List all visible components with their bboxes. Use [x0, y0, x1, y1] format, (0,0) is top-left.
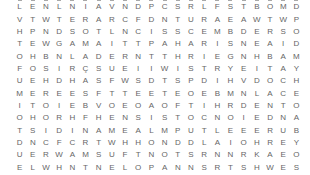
grid-cell[interactable]: T [277, 100, 290, 112]
grid-cell[interactable]: I [198, 50, 211, 62]
grid-cell[interactable]: R [211, 63, 224, 75]
grid-cell[interactable]: E [66, 100, 79, 112]
grid-cell[interactable]: T [171, 13, 184, 25]
grid-cell[interactable]: T [158, 87, 171, 99]
grid-cell[interactable]: N [263, 100, 276, 112]
grid-cell[interactable]: O [237, 137, 250, 149]
grid-cell[interactable]: L [198, 1, 211, 13]
grid-cell[interactable]: B [39, 50, 52, 62]
grid-cell[interactable]: E [290, 87, 303, 99]
grid-cell[interactable]: R [224, 100, 237, 112]
grid-cell[interactable]: N [39, 26, 52, 38]
grid-cell[interactable]: E [66, 87, 79, 99]
grid-cell[interactable]: G [224, 50, 237, 62]
grid-cell[interactable]: H [290, 75, 303, 87]
grid-cell[interactable]: S [171, 26, 184, 38]
grid-cell[interactable]: B [79, 100, 92, 112]
grid-cell[interactable]: O [290, 26, 303, 38]
grid-cell[interactable]: B [290, 125, 303, 137]
grid-cell[interactable]: S [39, 63, 52, 75]
grid-cell[interactable]: F [92, 87, 105, 99]
grid-cell[interactable]: I [132, 63, 145, 75]
grid-cell[interactable]: E [26, 75, 39, 87]
grid-cell[interactable]: T [263, 13, 276, 25]
grid-cell[interactable]: T [132, 149, 145, 161]
grid-cell[interactable]: D [290, 38, 303, 50]
grid-cell[interactable]: A [92, 125, 105, 137]
grid-cell[interactable]: D [237, 26, 250, 38]
grid-cell[interactable]: O [184, 87, 197, 99]
grid-cell[interactable]: I [53, 100, 66, 112]
grid-cell[interactable]: E [66, 13, 79, 25]
grid-cell[interactable]: A [290, 112, 303, 124]
grid-cell[interactable]: S [184, 149, 197, 161]
grid-cell[interactable]: T [198, 63, 211, 75]
grid-cell[interactable]: N [145, 149, 158, 161]
grid-cell[interactable]: S [224, 1, 237, 13]
grid-cell[interactable]: M [13, 87, 26, 99]
grid-cell[interactable]: D [92, 50, 105, 62]
grid-cell[interactable]: A [211, 137, 224, 149]
grid-cell[interactable]: P [145, 1, 158, 13]
grid-cell[interactable]: C [39, 137, 52, 149]
grid-cell[interactable]: O [79, 26, 92, 38]
grid-cell[interactable]: E [250, 38, 263, 50]
grid-cell[interactable]: C [118, 13, 131, 25]
grid-cell[interactable]: F [211, 1, 224, 13]
grid-cell[interactable]: O [105, 100, 118, 112]
grid-cell[interactable]: T [92, 137, 105, 149]
grid-cell[interactable]: E [105, 112, 118, 124]
grid-cell[interactable]: T [53, 13, 66, 25]
grid-cell[interactable]: L [53, 1, 66, 13]
grid-cell[interactable]: D [145, 75, 158, 87]
grid-cell[interactable]: N [211, 112, 224, 124]
grid-cell[interactable]: V [13, 13, 26, 25]
grid-cell[interactable]: B [211, 87, 224, 99]
grid-cell[interactable]: C [277, 87, 290, 99]
grid-cell[interactable]: W [39, 13, 52, 25]
grid-cell[interactable]: I [105, 38, 118, 50]
grid-cell[interactable]: I [39, 125, 52, 137]
grid-cell[interactable]: A [237, 13, 250, 25]
grid-cell[interactable]: E [237, 125, 250, 137]
grid-cell[interactable]: S [66, 26, 79, 38]
grid-cell[interactable]: N [158, 137, 171, 149]
grid-cell[interactable]: N [118, 26, 131, 38]
grid-cell[interactable]: I [145, 63, 158, 75]
grid-cell[interactable]: A [263, 149, 276, 161]
grid-cell[interactable]: S [158, 112, 171, 124]
grid-cell[interactable]: R [198, 13, 211, 25]
grid-cell[interactable]: A [79, 75, 92, 87]
grid-cell[interactable]: T [145, 50, 158, 62]
grid-cell[interactable]: D [53, 75, 66, 87]
grid-cell[interactable]: O [39, 100, 52, 112]
grid-cell[interactable]: A [277, 63, 290, 75]
grid-cell[interactable]: I [171, 63, 184, 75]
grid-cell[interactable]: T [79, 162, 92, 174]
grid-cell[interactable]: W [39, 162, 52, 174]
grid-cell[interactable]: R [237, 149, 250, 161]
grid-cell[interactable]: D [145, 13, 158, 25]
grid-cell[interactable]: I [224, 137, 237, 149]
grid-cell[interactable]: E [211, 50, 224, 62]
grid-cell[interactable]: A [277, 50, 290, 62]
grid-cell[interactable]: N [26, 137, 39, 149]
grid-cell[interactable]: O [290, 100, 303, 112]
grid-cell[interactable]: O [158, 149, 171, 161]
grid-cell[interactable]: O [158, 100, 171, 112]
grid-cell[interactable]: A [92, 1, 105, 13]
grid-cell[interactable]: O [224, 112, 237, 124]
grid-cell[interactable]: H [118, 137, 131, 149]
grid-cell[interactable]: N [66, 1, 79, 13]
grid-cell[interactable]: T [171, 149, 184, 161]
grid-cell[interactable]: O [26, 63, 39, 75]
grid-cell[interactable]: O [39, 112, 52, 124]
grid-cell[interactable]: T [92, 26, 105, 38]
grid-cell[interactable]: L [13, 1, 26, 13]
grid-cell[interactable]: P [290, 13, 303, 25]
grid-cell[interactable]: T [171, 112, 184, 124]
grid-cell[interactable]: S [277, 26, 290, 38]
grid-cell[interactable]: D [53, 125, 66, 137]
grid-cell[interactable]: I [13, 100, 26, 112]
grid-cell[interactable]: R [198, 38, 211, 50]
grid-cell[interactable]: O [290, 149, 303, 161]
grid-cell[interactable]: D [53, 26, 66, 38]
grid-cell[interactable]: O [263, 75, 276, 87]
grid-cell[interactable]: U [184, 13, 197, 25]
grid-cell[interactable]: M [158, 125, 171, 137]
grid-cell[interactable]: E [277, 149, 290, 161]
grid-cell[interactable]: O [145, 137, 158, 149]
grid-cell[interactable]: E [237, 63, 250, 75]
grid-cell[interactable]: R [184, 50, 197, 62]
grid-cell[interactable]: S [224, 38, 237, 50]
grid-cell[interactable]: T [26, 13, 39, 25]
grid-cell[interactable]: G [53, 38, 66, 50]
grid-cell[interactable]: F [105, 75, 118, 87]
grid-cell[interactable]: L [250, 87, 263, 99]
grid-cell[interactable]: R [198, 149, 211, 161]
grid-cell[interactable]: E [145, 87, 158, 99]
grid-cell[interactable]: M [224, 87, 237, 99]
grid-cell[interactable]: I [145, 112, 158, 124]
grid-cell[interactable]: B [263, 50, 276, 62]
grid-cell[interactable]: H [250, 162, 263, 174]
grid-cell[interactable]: E [105, 50, 118, 62]
grid-cell[interactable]: F [79, 112, 92, 124]
grid-cell[interactable]: S [237, 162, 250, 174]
grid-cell[interactable]: R [263, 26, 276, 38]
grid-cell[interactable]: E [118, 63, 131, 75]
grid-cell[interactable]: V [105, 1, 118, 13]
grid-cell[interactable]: A [66, 149, 79, 161]
grid-cell[interactable]: S [171, 1, 184, 13]
grid-cell[interactable]: P [171, 125, 184, 137]
grid-cell[interactable]: H [211, 100, 224, 112]
grid-cell[interactable]: S [132, 112, 145, 124]
grid-cell[interactable]: W [250, 13, 263, 25]
grid-cell[interactable]: L [105, 26, 118, 38]
grid-cell[interactable]: A [92, 38, 105, 50]
grid-cell[interactable]: W [263, 162, 276, 174]
grid-cell[interactable]: H [171, 50, 184, 62]
grid-cell[interactable]: E [198, 87, 211, 99]
grid-cell[interactable]: L [198, 137, 211, 149]
grid-cell[interactable]: L [211, 125, 224, 137]
grid-cell[interactable]: R [184, 1, 197, 13]
grid-cell[interactable]: E [118, 100, 131, 112]
grid-cell[interactable]: S [92, 149, 105, 161]
grid-cell[interactable]: I [145, 26, 158, 38]
grid-cell[interactable]: N [171, 162, 184, 174]
grid-cell[interactable]: Y [290, 137, 303, 149]
grid-cell[interactable]: D [237, 100, 250, 112]
grid-cell[interactable]: C [277, 75, 290, 87]
grid-cell[interactable]: R [79, 137, 92, 149]
grid-cell[interactable]: A [145, 100, 158, 112]
grid-cell[interactable]: V [237, 75, 250, 87]
grid-cell[interactable]: N [66, 162, 79, 174]
grid-cell[interactable]: D [290, 1, 303, 13]
grid-cell[interactable]: N [39, 1, 52, 13]
grid-cell[interactable]: R [118, 50, 131, 62]
grid-cell[interactable]: L [145, 125, 158, 137]
grid-cell[interactable]: L [66, 50, 79, 62]
grid-cell[interactable]: Y [224, 63, 237, 75]
grid-cell[interactable]: S [171, 75, 184, 87]
grid-cell[interactable]: D [184, 137, 197, 149]
grid-cell[interactable]: T [26, 100, 39, 112]
grid-cell[interactable]: I [53, 63, 66, 75]
grid-cell[interactable]: C [198, 112, 211, 124]
grid-cell[interactable]: F [53, 137, 66, 149]
grid-cell[interactable]: U [105, 63, 118, 75]
grid-cell[interactable]: I [277, 38, 290, 50]
grid-cell[interactable]: H [250, 50, 263, 62]
grid-cell[interactable]: N [237, 87, 250, 99]
grid-cell[interactable]: C [158, 1, 171, 13]
grid-cell[interactable]: D [171, 137, 184, 149]
grid-cell[interactable]: U [13, 149, 26, 161]
grid-cell[interactable]: R [66, 63, 79, 75]
grid-cell[interactable]: T [118, 38, 131, 50]
grid-cell[interactable]: P [26, 26, 39, 38]
grid-cell[interactable]: N [237, 50, 250, 62]
grid-cell[interactable]: H [92, 112, 105, 124]
grid-cell[interactable]: S [290, 162, 303, 174]
grid-cell[interactable]: S [132, 75, 145, 87]
grid-cell[interactable]: P [184, 75, 197, 87]
grid-cell[interactable]: E [26, 1, 39, 13]
grid-cell[interactable]: F [171, 100, 184, 112]
grid-cell[interactable]: B [224, 26, 237, 38]
grid-cell[interactable]: R [105, 13, 118, 25]
grid-cell[interactable]: N [92, 162, 105, 174]
grid-cell[interactable]: E [105, 162, 118, 174]
grid-cell[interactable]: H [26, 112, 39, 124]
grid-cell[interactable]: I [237, 112, 250, 124]
grid-cell[interactable]: E [171, 87, 184, 99]
grid-cell[interactable]: R [263, 137, 276, 149]
grid-cell[interactable]: R [211, 162, 224, 174]
grid-cell[interactable]: A [211, 13, 224, 25]
grid-cell[interactable]: W [118, 75, 131, 87]
grid-cell[interactable]: O [184, 112, 197, 124]
grid-cell[interactable]: M [105, 125, 118, 137]
grid-cell[interactable]: H [13, 26, 26, 38]
grid-cell[interactable]: T [237, 1, 250, 13]
grid-cell[interactable]: D [263, 112, 276, 124]
grid-cell[interactable]: A [132, 125, 145, 137]
grid-cell[interactable]: D [250, 75, 263, 87]
grid-cell[interactable]: F [118, 149, 131, 161]
grid-cell[interactable]: N [79, 125, 92, 137]
grid-cell[interactable]: M [290, 50, 303, 62]
grid-cell[interactable]: F [132, 13, 145, 25]
grid-cell[interactable]: T [224, 162, 237, 174]
grid-cell[interactable]: I [66, 125, 79, 137]
grid-cell[interactable]: S [26, 125, 39, 137]
grid-cell[interactable]: T [184, 100, 197, 112]
grid-cell[interactable]: W [39, 38, 52, 50]
grid-cell[interactable]: H [224, 75, 237, 87]
grid-cell[interactable]: I [250, 63, 263, 75]
grid-cell[interactable]: R [263, 125, 276, 137]
grid-cell[interactable]: U [13, 75, 26, 87]
grid-cell[interactable]: T [263, 63, 276, 75]
grid-cell[interactable]: E [118, 125, 131, 137]
grid-cell[interactable]: D [198, 75, 211, 87]
grid-cell[interactable]: H [66, 112, 79, 124]
grid-cell[interactable]: R [39, 149, 52, 161]
grid-cell[interactable]: P [145, 162, 158, 174]
grid-cell[interactable]: C [184, 26, 197, 38]
grid-cell[interactable]: N [237, 38, 250, 50]
grid-cell[interactable]: E [224, 125, 237, 137]
grid-cell[interactable]: A [66, 38, 79, 50]
grid-cell[interactable]: E [198, 26, 211, 38]
grid-cell[interactable]: W [53, 149, 66, 161]
grid-cell[interactable]: M [211, 26, 224, 38]
grid-cell[interactable]: T [158, 75, 171, 87]
grid-cell[interactable]: E [250, 125, 263, 137]
grid-cell[interactable]: L [26, 162, 39, 174]
grid-cell[interactable]: Y [290, 63, 303, 75]
grid-cell[interactable]: E [277, 162, 290, 174]
grid-cell[interactable]: M [79, 149, 92, 161]
grid-cell[interactable]: C [132, 26, 145, 38]
grid-cell[interactable]: N [132, 50, 145, 62]
grid-cell[interactable]: H [53, 162, 66, 174]
grid-cell[interactable]: V [92, 100, 105, 112]
grid-cell[interactable]: H [26, 50, 39, 62]
grid-cell[interactable]: H [132, 137, 145, 149]
grid-cell[interactable]: A [263, 87, 276, 99]
grid-cell[interactable]: O [132, 100, 145, 112]
grid-cell[interactable]: E [26, 149, 39, 161]
grid-cell[interactable]: K [250, 149, 263, 161]
grid-cell[interactable]: U [105, 149, 118, 161]
grid-cell[interactable]: T [13, 38, 26, 50]
grid-cell[interactable]: E [250, 26, 263, 38]
grid-cell[interactable]: A [158, 162, 171, 174]
grid-cell[interactable]: R [79, 13, 92, 25]
grid-cell[interactable]: R [53, 112, 66, 124]
grid-cell[interactable]: S [79, 87, 92, 99]
grid-cell[interactable]: S [92, 75, 105, 87]
grid-cell[interactable]: I [198, 100, 211, 112]
grid-cell[interactable]: E [132, 87, 145, 99]
grid-cell[interactable]: S [92, 63, 105, 75]
grid-cell[interactable]: E [26, 87, 39, 99]
grid-cell[interactable]: H [171, 38, 184, 50]
grid-cell[interactable]: N [118, 1, 131, 13]
grid-cell[interactable]: T [105, 87, 118, 99]
grid-cell[interactable]: W [277, 13, 290, 25]
grid-cell[interactable]: I [211, 38, 224, 50]
grid-cell[interactable]: N [118, 112, 131, 124]
grid-cell[interactable]: E [277, 137, 290, 149]
grid-cell[interactable]: H [66, 75, 79, 87]
grid-cell[interactable]: E [13, 162, 26, 174]
grid-cell[interactable]: E [250, 100, 263, 112]
grid-cell[interactable]: F [13, 63, 26, 75]
grid-cell[interactable]: T [118, 87, 131, 99]
grid-cell[interactable]: T [158, 50, 171, 62]
grid-cell[interactable]: N [211, 149, 224, 161]
grid-cell[interactable]: E [53, 87, 66, 99]
grid-cell[interactable]: E [26, 38, 39, 50]
grid-cell[interactable]: R [39, 87, 52, 99]
grid-cell[interactable]: A [263, 38, 276, 50]
grid-cell[interactable]: T [13, 125, 26, 137]
grid-cell[interactable]: O [13, 112, 26, 124]
grid-cell[interactable]: A [92, 13, 105, 25]
grid-cell[interactable]: O [13, 50, 26, 62]
grid-cell[interactable]: H [39, 75, 52, 87]
grid-cell[interactable]: A [184, 38, 197, 50]
grid-cell[interactable]: Ç [79, 63, 92, 75]
grid-cell[interactable]: O [132, 162, 145, 174]
grid-cell[interactable]: H [250, 137, 263, 149]
grid-cell[interactable]: N [184, 162, 197, 174]
grid-cell[interactable]: S [158, 26, 171, 38]
grid-cell[interactable]: S [184, 63, 197, 75]
grid-cell[interactable]: U [184, 125, 197, 137]
grid-cell[interactable]: N [53, 50, 66, 62]
grid-cell[interactable]: D [132, 1, 145, 13]
grid-cell[interactable]: D [13, 137, 26, 149]
grid-cell[interactable]: I [211, 75, 224, 87]
grid-cell[interactable]: I [79, 1, 92, 13]
grid-cell[interactable]: A [158, 38, 171, 50]
grid-cell[interactable]: S [198, 162, 211, 174]
grid-cell[interactable]: M [277, 1, 290, 13]
grid-cell[interactable]: T [132, 38, 145, 50]
grid-cell[interactable]: E [250, 112, 263, 124]
grid-cell[interactable]: W [158, 63, 171, 75]
grid-cell[interactable]: O [263, 1, 276, 13]
grid-cell[interactable]: L [118, 162, 131, 174]
grid-cell[interactable]: N [277, 112, 290, 124]
grid-cell[interactable]: A [79, 50, 92, 62]
grid-cell[interactable]: W [105, 137, 118, 149]
grid-cell[interactable]: M [79, 38, 92, 50]
